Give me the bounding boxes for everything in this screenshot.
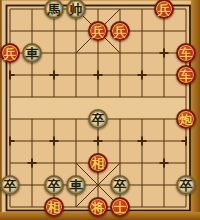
piece-red-general[interactable]: 将 — [88, 197, 108, 217]
piece-red-soldier[interactable]: 兵 — [88, 21, 108, 41]
piece-black-soldier[interactable]: 卒 — [0, 175, 20, 195]
piece-black-horse[interactable]: 馬 — [44, 0, 64, 19]
piece-black-general[interactable]: 帅 — [66, 0, 86, 19]
piece-black-soldier[interactable]: 卒 — [88, 109, 108, 129]
piece-black-chariot[interactable]: 車 — [22, 43, 42, 63]
piece-red-chariot[interactable]: 车 — [176, 43, 196, 63]
piece-red-soldier[interactable]: 兵 — [110, 21, 130, 41]
piece-red-elephant[interactable]: 相 — [44, 197, 64, 217]
piece-red-cannon[interactable]: 炮 — [176, 109, 196, 129]
piece-red-chariot[interactable]: 车 — [176, 65, 196, 85]
piece-black-soldier[interactable]: 卒 — [44, 175, 64, 195]
piece-black-soldier[interactable]: 卒 — [176, 175, 196, 195]
piece-red-soldier[interactable]: 兵 — [154, 0, 174, 19]
piece-black-soldier[interactable]: 卒 — [110, 175, 130, 195]
pieces-grid: 馬帅兵兵兵兵車车车卒炮相卒卒車卒卒相将士 — [0, 0, 197, 218]
piece-black-chariot[interactable]: 車 — [66, 175, 86, 195]
piece-red-soldier[interactable]: 兵 — [0, 43, 20, 63]
xiangqi-board: 馬帅兵兵兵兵車车车卒炮相卒卒車卒卒相将士 — [0, 0, 200, 220]
piece-red-elephant[interactable]: 相 — [88, 153, 108, 173]
piece-red-advisor[interactable]: 士 — [110, 197, 130, 217]
